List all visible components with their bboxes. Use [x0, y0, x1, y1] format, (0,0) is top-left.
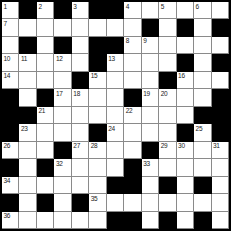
black-cell-r0-c6 [107, 2, 124, 19]
clue-number-4: 4 [126, 3, 129, 10]
black-cell-r2-c1 [19, 37, 36, 54]
white-cell-r4-c3[interactable] [54, 72, 71, 89]
clue-number-32: 32 [56, 160, 63, 167]
black-cell-r6-c11 [194, 107, 211, 124]
white-cell-r0-c4[interactable]: 3 [72, 2, 89, 19]
white-cell-r11-c12[interactable] [212, 194, 229, 211]
black-cell-r1-c10 [177, 19, 194, 36]
white-cell-r6-c5[interactable] [89, 107, 106, 124]
white-cell-r5-c4[interactable]: 18 [72, 89, 89, 106]
clue-number-8: 8 [126, 37, 129, 44]
black-cell-r1-c8 [142, 19, 159, 36]
black-cell-r3-c10 [177, 54, 194, 71]
white-cell-r9-c1[interactable] [19, 159, 36, 176]
clue-number-20: 20 [161, 90, 168, 97]
clue-number-13: 13 [108, 55, 115, 62]
white-cell-r0-c7[interactable]: 4 [124, 2, 141, 19]
clue-number-36: 36 [4, 212, 11, 219]
clue-number-26: 26 [4, 142, 11, 149]
white-cell-r0-c12[interactable] [212, 2, 229, 19]
white-cell-r0-c9[interactable]: 5 [159, 2, 176, 19]
white-cell-r10-c3[interactable] [54, 177, 71, 194]
white-cell-r11-c7[interactable] [124, 194, 141, 211]
white-cell-r12-c12[interactable] [212, 212, 229, 229]
white-cell-r4-c0[interactable]: 14 [2, 72, 19, 89]
black-cell-r0-c5 [89, 2, 106, 19]
clue-number-30: 30 [178, 142, 185, 149]
white-cell-r1-c6[interactable] [107, 19, 124, 36]
white-cell-r2-c10[interactable] [177, 37, 194, 54]
black-cell-r7-c0 [2, 124, 19, 141]
black-cell-r11-c0 [2, 194, 19, 211]
black-cell-r7-c5 [89, 124, 106, 141]
black-cell-r2-c6 [107, 37, 124, 54]
white-cell-r11-c10[interactable] [177, 194, 194, 211]
crossword-grid: 1234567891011121314151617181920212223242… [0, 0, 231, 231]
white-cell-r12-c10[interactable] [177, 212, 194, 229]
white-cell-r2-c7[interactable]: 8 [124, 37, 141, 54]
white-cell-r2-c4[interactable] [72, 37, 89, 54]
clue-number-10: 10 [4, 55, 11, 62]
clue-number-11: 11 [21, 55, 27, 62]
white-cell-r0-c10[interactable] [177, 2, 194, 19]
white-cell-r5-c6[interactable] [107, 89, 124, 106]
white-cell-r7-c2[interactable] [37, 124, 54, 141]
white-cell-r9-c8[interactable]: 33 [142, 159, 159, 176]
black-cell-r0-c1 [19, 2, 36, 19]
black-cell-r5-c7 [124, 89, 141, 106]
white-cell-r0-c11[interactable]: 6 [194, 2, 211, 19]
white-cell-r4-c6[interactable] [107, 72, 124, 89]
clue-number-33: 33 [143, 160, 150, 167]
white-cell-r4-c10[interactable]: 16 [177, 72, 194, 89]
white-cell-r2-c8[interactable]: 9 [142, 37, 159, 54]
white-cell-r6-c2[interactable]: 21 [37, 107, 54, 124]
white-cell-r9-c3[interactable]: 32 [54, 159, 71, 176]
black-cell-r9-c0 [2, 159, 19, 176]
clue-number-6: 6 [196, 3, 199, 10]
white-cell-r4-c12[interactable] [212, 72, 229, 89]
white-cell-r8-c2[interactable] [37, 142, 54, 159]
white-cell-r1-c1[interactable] [19, 19, 36, 36]
white-cell-r7-c3[interactable] [54, 124, 71, 141]
white-cell-r9-c12[interactable] [212, 159, 229, 176]
white-cell-r8-c10[interactable]: 30 [177, 142, 194, 159]
clue-number-19: 19 [143, 90, 150, 97]
white-cell-r2-c11[interactable] [194, 37, 211, 54]
white-cell-r8-c9[interactable]: 29 [159, 142, 176, 159]
black-cell-r10-c6 [107, 177, 124, 194]
white-cell-r8-c11[interactable] [194, 142, 211, 159]
white-cell-r2-c12[interactable] [212, 37, 229, 54]
black-cell-r4-c9 [159, 72, 176, 89]
white-cell-r5-c10[interactable] [177, 89, 194, 106]
white-cell-r12-c3[interactable] [54, 212, 71, 229]
white-cell-r11-c11[interactable] [194, 194, 211, 211]
clue-number-16: 16 [178, 72, 185, 79]
black-cell-r7-c12 [212, 124, 229, 141]
white-cell-r4-c1[interactable] [19, 72, 36, 89]
white-cell-r0-c0[interactable]: 1 [2, 2, 19, 19]
white-cell-r10-c12[interactable] [212, 177, 229, 194]
white-cell-r3-c9[interactable] [159, 54, 176, 71]
white-cell-r7-c6[interactable]: 24 [107, 124, 124, 141]
white-cell-r5-c11[interactable] [194, 89, 211, 106]
white-cell-r10-c2[interactable] [37, 177, 54, 194]
white-cell-r8-c6[interactable] [107, 142, 124, 159]
black-cell-r6-c12 [212, 107, 229, 124]
white-cell-r4-c2[interactable] [37, 72, 54, 89]
white-cell-r9-c10[interactable] [177, 159, 194, 176]
white-cell-r10-c8[interactable] [142, 177, 159, 194]
clue-number-28: 28 [91, 142, 98, 149]
clue-number-9: 9 [143, 37, 146, 44]
white-cell-r11-c3[interactable] [54, 194, 71, 211]
black-cell-r1-c12 [212, 19, 229, 36]
white-cell-r9-c6[interactable] [107, 159, 124, 176]
white-cell-r1-c3[interactable] [54, 19, 71, 36]
clue-number-2: 2 [38, 3, 41, 10]
white-cell-r9-c4[interactable] [72, 159, 89, 176]
white-cell-r2-c2[interactable] [37, 37, 54, 54]
black-cell-r5-c12 [212, 89, 229, 106]
clue-number-12: 12 [56, 55, 63, 62]
white-cell-r7-c9[interactable] [159, 124, 176, 141]
white-cell-r9-c9[interactable] [159, 159, 176, 176]
white-cell-r9-c5[interactable] [89, 159, 106, 176]
clue-number-18: 18 [73, 90, 80, 97]
white-cell-r6-c9[interactable] [159, 107, 176, 124]
white-cell-r3-c8[interactable] [142, 54, 159, 71]
white-cell-r5-c8[interactable]: 19 [142, 89, 159, 106]
white-cell-r7-c1[interactable]: 23 [19, 124, 36, 141]
white-cell-r12-c0[interactable]: 36 [2, 212, 19, 229]
white-cell-r0-c8[interactable] [142, 2, 159, 19]
white-cell-r7-c4[interactable] [72, 124, 89, 141]
white-cell-r8-c7[interactable] [124, 142, 141, 159]
clue-number-14: 14 [4, 72, 11, 79]
white-cell-r10-c0[interactable]: 34 [2, 177, 19, 194]
white-cell-r12-c1[interactable] [19, 212, 36, 229]
white-cell-r10-c10[interactable] [177, 177, 194, 194]
white-cell-r6-c6[interactable] [107, 107, 124, 124]
white-cell-r5-c5[interactable] [89, 89, 106, 106]
white-cell-r11-c8[interactable] [142, 194, 159, 211]
white-cell-r6-c7[interactable]: 22 [124, 107, 141, 124]
white-cell-r9-c11[interactable] [194, 159, 211, 176]
clue-number-5: 5 [161, 3, 164, 10]
white-cell-r11-c6[interactable] [107, 194, 124, 211]
black-cell-r9-c2 [37, 159, 54, 176]
black-cell-r2-c5 [89, 37, 106, 54]
black-cell-r5-c2 [37, 89, 54, 106]
clue-number-25: 25 [196, 125, 203, 132]
clue-number-21: 21 [38, 107, 45, 114]
white-cell-r1-c0[interactable]: 7 [2, 19, 19, 36]
clue-number-23: 23 [21, 125, 28, 132]
black-cell-r5-c0 [2, 89, 19, 106]
white-cell-r7-c8[interactable] [142, 124, 159, 141]
white-cell-r6-c8[interactable] [142, 107, 159, 124]
black-cell-r10-c7 [124, 177, 141, 194]
white-cell-r6-c3[interactable] [54, 107, 71, 124]
white-cell-r7-c11[interactable]: 25 [194, 124, 211, 141]
clue-number-31: 31 [213, 142, 220, 149]
black-cell-r10-c11 [194, 177, 211, 194]
white-cell-r10-c5[interactable] [89, 177, 106, 194]
black-cell-r11-c2 [37, 194, 54, 211]
white-cell-r0-c2[interactable]: 2 [37, 2, 54, 19]
black-cell-r4-c4 [72, 72, 89, 89]
white-cell-r11-c1[interactable] [19, 194, 36, 211]
white-cell-r8-c5[interactable]: 28 [89, 142, 106, 159]
clue-number-22: 22 [126, 107, 133, 114]
black-cell-r6-c1 [19, 107, 36, 124]
white-cell-r3-c0[interactable]: 10 [2, 54, 19, 71]
black-cell-r3-c12 [212, 54, 229, 71]
white-cell-r12-c5[interactable] [89, 212, 106, 229]
white-cell-r3-c11[interactable] [194, 54, 211, 71]
white-cell-r1-c11[interactable] [194, 19, 211, 36]
clue-number-3: 3 [73, 3, 76, 10]
white-cell-r2-c0[interactable] [2, 37, 19, 54]
white-cell-r8-c0[interactable]: 26 [2, 142, 19, 159]
white-cell-r3-c3[interactable]: 12 [54, 54, 71, 71]
clue-number-24: 24 [108, 125, 115, 132]
black-cell-r6-c0 [2, 107, 19, 124]
white-cell-r11-c9[interactable] [159, 194, 176, 211]
black-cell-r0-c3 [54, 2, 71, 19]
black-cell-r12-c6 [107, 212, 124, 229]
white-cell-r1-c9[interactable] [159, 19, 176, 36]
white-cell-r5-c3[interactable]: 17 [54, 89, 71, 106]
white-cell-r4-c7[interactable] [124, 72, 141, 89]
white-cell-r3-c2[interactable] [37, 54, 54, 71]
white-cell-r12-c4[interactable] [72, 212, 89, 229]
black-cell-r3-c5 [89, 54, 106, 71]
white-cell-r3-c4[interactable] [72, 54, 89, 71]
black-cell-r2-c3 [54, 37, 71, 54]
white-cell-r6-c4[interactable] [72, 107, 89, 124]
white-cell-r4-c5[interactable]: 15 [89, 72, 106, 89]
white-cell-r5-c1[interactable] [19, 89, 36, 106]
clue-number-27: 27 [73, 142, 80, 149]
white-cell-r4-c11[interactable] [194, 72, 211, 89]
black-cell-r12-c9 [159, 212, 176, 229]
white-cell-r10-c1[interactable] [19, 177, 36, 194]
white-cell-r3-c1[interactable]: 11 [19, 54, 36, 71]
white-cell-r1-c5[interactable] [89, 19, 106, 36]
clue-number-15: 15 [91, 72, 98, 79]
clue-number-34: 34 [4, 177, 11, 184]
black-cell-r8-c3 [54, 142, 71, 159]
white-cell-r4-c8[interactable] [142, 72, 159, 89]
white-cell-r6-c10[interactable] [177, 107, 194, 124]
black-cell-r10-c9 [159, 177, 176, 194]
white-cell-r1-c7[interactable] [124, 19, 141, 36]
black-cell-r7-c10 [177, 124, 194, 141]
clue-number-1: 1 [4, 3, 7, 10]
black-cell-r12-c7 [124, 212, 141, 229]
black-cell-r8-c8 [142, 142, 159, 159]
black-cell-r11-c4 [72, 194, 89, 211]
clue-number-35: 35 [91, 195, 98, 202]
white-cell-r8-c12[interactable]: 31 [212, 142, 229, 159]
white-cell-r3-c7[interactable] [124, 54, 141, 71]
white-cell-r1-c2[interactable] [37, 19, 54, 36]
white-cell-r11-c5[interactable]: 35 [89, 194, 106, 211]
white-cell-r12-c2[interactable] [37, 212, 54, 229]
white-cell-r8-c1[interactable] [19, 142, 36, 159]
white-cell-r10-c4[interactable] [72, 177, 89, 194]
white-cell-r1-c4[interactable] [72, 19, 89, 36]
white-cell-r8-c4[interactable]: 27 [72, 142, 89, 159]
clue-number-29: 29 [161, 142, 168, 149]
clue-number-7: 7 [4, 20, 7, 27]
black-cell-r12-c11 [194, 212, 211, 229]
white-cell-r12-c8[interactable] [142, 212, 159, 229]
white-cell-r2-c9[interactable] [159, 37, 176, 54]
black-cell-r9-c7 [124, 159, 141, 176]
white-cell-r3-c6[interactable]: 13 [107, 54, 124, 71]
white-cell-r5-c9[interactable]: 20 [159, 89, 176, 106]
clue-number-17: 17 [56, 90, 63, 97]
white-cell-r7-c7[interactable] [124, 124, 141, 141]
